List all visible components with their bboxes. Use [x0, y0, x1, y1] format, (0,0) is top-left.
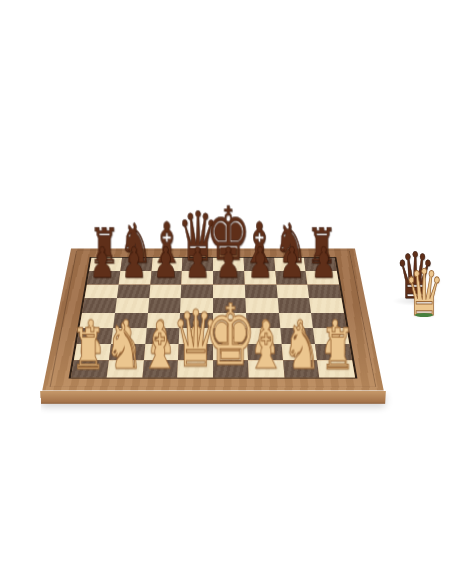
dark-pawn: ♟ — [310, 242, 336, 284]
square-h1[interactable]: ♜ — [317, 360, 355, 377]
light-knight: ♞ — [105, 315, 143, 378]
square-f7[interactable]: ♟ — [244, 271, 276, 285]
square-g7[interactable]: ♟ — [275, 271, 308, 285]
square-e1[interactable]: ♚ — [213, 360, 249, 377]
square-h6[interactable] — [308, 284, 342, 298]
square-e7[interactable]: ♟ — [213, 271, 245, 285]
light-bishop: ♝ — [246, 312, 286, 377]
board-side-edge — [40, 391, 386, 404]
board-squares: ♜♞♝♛♚♝♞♜♟♟♟♟♟♟♟♟♟♟♟♟♟♟♟♟♜♞♝♛♚♝♞♜ — [71, 258, 355, 378]
light-rook: ♜ — [72, 321, 106, 377]
spare-light-queen: ♛ — [404, 261, 444, 584]
product-photo-page: { "game": "chess", "scene": "wooden ches… — [0, 0, 452, 584]
light-rook: ♜ — [320, 321, 354, 377]
dark-pawn: ♟ — [121, 242, 147, 284]
square-g6[interactable] — [276, 284, 309, 298]
square-c7[interactable]: ♟ — [150, 271, 182, 285]
dark-pawn: ♟ — [184, 242, 210, 284]
chessboard: ♜♞♝♛♚♝♞♜♟♟♟♟♟♟♟♟♟♟♟♟♟♟♟♟♜♞♝♛♚♝♞♜ — [42, 249, 383, 391]
square-b1[interactable]: ♞ — [106, 360, 143, 377]
scene: ♜♞♝♛♚♝♞♜♟♟♟♟♟♟♟♟♟♟♟♟♟♟♟♟♜♞♝♛♚♝♞♜ ♛ ♛ — [0, 0, 452, 584]
dark-pawn: ♟ — [279, 242, 305, 284]
light-knight: ♞ — [283, 315, 321, 378]
dark-pawn: ♟ — [247, 242, 273, 284]
square-a6[interactable] — [84, 284, 118, 298]
square-h7[interactable]: ♟ — [306, 271, 339, 285]
dark-pawn: ♟ — [216, 242, 242, 284]
square-g1[interactable]: ♞ — [283, 360, 320, 377]
square-b6[interactable] — [117, 284, 150, 298]
dark-pawn: ♟ — [90, 242, 116, 284]
square-a1[interactable]: ♜ — [71, 360, 109, 377]
board-frame: ♜♞♝♛♚♝♞♜♟♟♟♟♟♟♟♟♟♟♟♟♟♟♟♟♜♞♝♛♚♝♞♜ — [42, 249, 383, 391]
queen-felt-base — [415, 313, 433, 317]
square-b7[interactable]: ♟ — [118, 271, 151, 285]
square-f1[interactable]: ♝ — [248, 360, 284, 377]
dark-pawn: ♟ — [153, 242, 179, 284]
square-a7[interactable]: ♟ — [87, 271, 120, 285]
square-d7[interactable]: ♟ — [181, 271, 213, 285]
